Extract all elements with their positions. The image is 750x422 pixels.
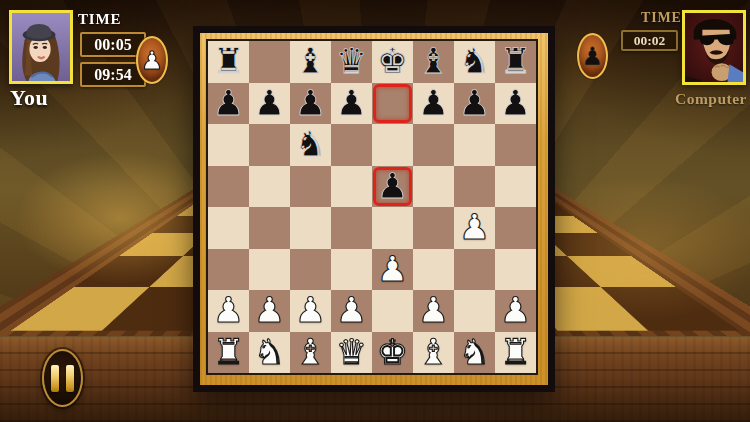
white-knight: ♞ xyxy=(254,335,285,370)
square-g6[interactable] xyxy=(454,124,495,166)
square-d6[interactable] xyxy=(331,124,372,166)
square-f2[interactable]: ♟ xyxy=(413,290,454,332)
pause-icon xyxy=(51,365,59,392)
square-g3[interactable] xyxy=(454,249,495,291)
computer-time-label: TIME xyxy=(641,10,682,26)
white-king: ♚ xyxy=(377,335,408,370)
white-knight: ♞ xyxy=(459,335,490,370)
square-d3[interactable] xyxy=(331,249,372,291)
white-rook: ♜ xyxy=(213,335,244,370)
square-f3[interactable] xyxy=(413,249,454,291)
black-pawn: ♟ xyxy=(418,86,449,121)
woman-portrait xyxy=(12,13,70,81)
square-a3[interactable] xyxy=(208,249,249,291)
square-h6[interactable] xyxy=(495,124,536,166)
square-f1[interactable]: ♝ xyxy=(413,332,454,374)
white-rook: ♜ xyxy=(500,335,531,370)
black-pawn-badge: ♟ xyxy=(577,33,608,79)
square-f7[interactable]: ♟ xyxy=(413,83,454,125)
square-b2[interactable]: ♟ xyxy=(249,290,290,332)
square-e7[interactable] xyxy=(372,83,413,125)
pause-icon xyxy=(66,365,74,392)
square-h5[interactable] xyxy=(495,166,536,208)
black-pawn: ♟ xyxy=(254,86,285,121)
square-c1[interactable]: ♝ xyxy=(290,332,331,374)
square-c4[interactable] xyxy=(290,207,331,249)
square-d2[interactable]: ♟ xyxy=(331,290,372,332)
chess-board-squares: ♜♝♛♚♝♞♜♟♟♟♟♟♟♟♞♟♟♟♟♟♟♟♟♟♜♞♝♛♚♝♞♜ xyxy=(206,39,538,375)
black-knight: ♞ xyxy=(459,44,490,79)
square-d1[interactable]: ♛ xyxy=(331,332,372,374)
square-b6[interactable] xyxy=(249,124,290,166)
black-bishop: ♝ xyxy=(418,44,449,79)
black-pawn: ♟ xyxy=(336,86,367,121)
square-b4[interactable] xyxy=(249,207,290,249)
square-f4[interactable] xyxy=(413,207,454,249)
white-pawn: ♟ xyxy=(336,293,367,328)
computer-move-timer: 00:02 xyxy=(621,30,678,51)
square-b8[interactable] xyxy=(249,41,290,83)
pause-button[interactable] xyxy=(42,349,83,407)
white-pawn-icon: ♟ xyxy=(141,48,163,73)
square-g4[interactable]: ♟ xyxy=(454,207,495,249)
square-h2[interactable]: ♟ xyxy=(495,290,536,332)
square-f6[interactable] xyxy=(413,124,454,166)
square-a5[interactable] xyxy=(208,166,249,208)
square-e8[interactable]: ♚ xyxy=(372,41,413,83)
last-move-highlight xyxy=(373,84,412,124)
square-d4[interactable] xyxy=(331,207,372,249)
square-e4[interactable] xyxy=(372,207,413,249)
square-f5[interactable] xyxy=(413,166,454,208)
square-h4[interactable] xyxy=(495,207,536,249)
white-bishop: ♝ xyxy=(295,335,326,370)
square-d7[interactable]: ♟ xyxy=(331,83,372,125)
white-pawn: ♟ xyxy=(254,293,285,328)
white-pawn: ♟ xyxy=(295,293,326,328)
square-c8[interactable]: ♝ xyxy=(290,41,331,83)
square-e1[interactable]: ♚ xyxy=(372,332,413,374)
square-h8[interactable]: ♜ xyxy=(495,41,536,83)
square-c3[interactable] xyxy=(290,249,331,291)
square-c5[interactable] xyxy=(290,166,331,208)
white-pawn-badge: ♟ xyxy=(136,36,168,84)
square-g1[interactable]: ♞ xyxy=(454,332,495,374)
game-screen: You TIME 00:05 09:54 ♟ ♟ TIME 00:02 xyxy=(0,0,750,422)
square-c6[interactable]: ♞ xyxy=(290,124,331,166)
white-pawn: ♟ xyxy=(377,252,408,287)
square-b3[interactable] xyxy=(249,249,290,291)
player-you-name: You xyxy=(10,85,48,111)
white-queen: ♛ xyxy=(336,335,367,370)
player-computer-name: Computer xyxy=(675,90,747,108)
square-c2[interactable]: ♟ xyxy=(290,290,331,332)
black-knight: ♞ xyxy=(295,127,326,162)
player-you-avatar xyxy=(9,10,73,84)
square-g8[interactable]: ♞ xyxy=(454,41,495,83)
black-rook: ♜ xyxy=(500,44,531,79)
square-a2[interactable]: ♟ xyxy=(208,290,249,332)
black-pawn-icon: ♟ xyxy=(581,44,603,69)
square-a4[interactable] xyxy=(208,207,249,249)
white-pawn: ♟ xyxy=(418,293,449,328)
square-d5[interactable] xyxy=(331,166,372,208)
square-h3[interactable] xyxy=(495,249,536,291)
square-h7[interactable]: ♟ xyxy=(495,83,536,125)
black-rook: ♜ xyxy=(213,44,244,79)
square-b1[interactable]: ♞ xyxy=(249,332,290,374)
square-g2[interactable] xyxy=(454,290,495,332)
square-b7[interactable]: ♟ xyxy=(249,83,290,125)
square-a8[interactable]: ♜ xyxy=(208,41,249,83)
square-b5[interactable] xyxy=(249,166,290,208)
black-pawn: ♟ xyxy=(500,86,531,121)
you-time-label: TIME xyxy=(78,11,121,28)
white-bishop: ♝ xyxy=(418,335,449,370)
square-e3[interactable]: ♟ xyxy=(372,249,413,291)
black-pawn: ♟ xyxy=(295,86,326,121)
square-f8[interactable]: ♝ xyxy=(413,41,454,83)
square-g7[interactable]: ♟ xyxy=(454,83,495,125)
square-a6[interactable] xyxy=(208,124,249,166)
square-h1[interactable]: ♜ xyxy=(495,332,536,374)
black-pawn: ♟ xyxy=(459,86,490,121)
chess-board: ♜♝♛♚♝♞♜♟♟♟♟♟♟♟♞♟♟♟♟♟♟♟♟♟♜♞♝♛♚♝♞♜ xyxy=(193,26,555,392)
white-pawn: ♟ xyxy=(459,210,490,245)
square-e6[interactable] xyxy=(372,124,413,166)
square-g5[interactable] xyxy=(454,166,495,208)
square-a7[interactable]: ♟ xyxy=(208,83,249,125)
player-computer-avatar xyxy=(682,10,746,85)
square-e2[interactable] xyxy=(372,290,413,332)
square-d8[interactable]: ♛ xyxy=(331,41,372,83)
black-bishop: ♝ xyxy=(295,44,326,79)
man-sunglasses-portrait xyxy=(685,13,743,82)
square-e5[interactable]: ♟ xyxy=(372,166,413,208)
black-pawn: ♟ xyxy=(213,86,244,121)
white-pawn: ♟ xyxy=(500,293,531,328)
white-pawn: ♟ xyxy=(213,293,244,328)
black-king: ♚ xyxy=(377,44,408,79)
square-c7[interactable]: ♟ xyxy=(290,83,331,125)
black-pawn: ♟ xyxy=(377,169,408,204)
square-a1[interactable]: ♜ xyxy=(208,332,249,374)
black-queen: ♛ xyxy=(336,44,367,79)
